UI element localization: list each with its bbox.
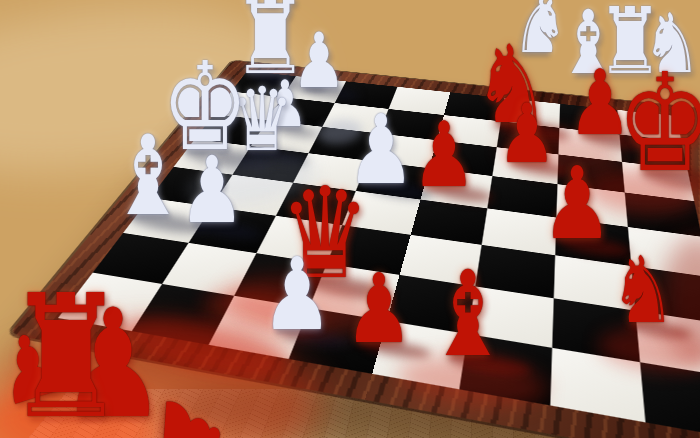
red-bishop-h6[interactable]: ♝	[421, 255, 515, 373]
red-king-c8[interactable]: ♚	[611, 55, 700, 191]
red-rook-standing[interactable]: ♜	[0, 272, 134, 438]
red-pawn-d5[interactable]: ♟	[408, 110, 480, 200]
chess-3d-scene: ♞♝♜♞ ♜♟♟♛♚♝♟♟♟♟♚♞♟♟♟♛♟♝♞ ♜♟♟♟	[0, 0, 700, 438]
white-pawn-h3[interactable]: ♟	[257, 245, 337, 345]
red-pawn-h4[interactable]: ♟	[341, 261, 418, 357]
red-knight-f8[interactable]: ♞	[606, 245, 680, 337]
red-pawn-e7[interactable]: ♟	[537, 154, 617, 254]
white-pawn-f2[interactable]: ♟	[175, 145, 249, 237]
